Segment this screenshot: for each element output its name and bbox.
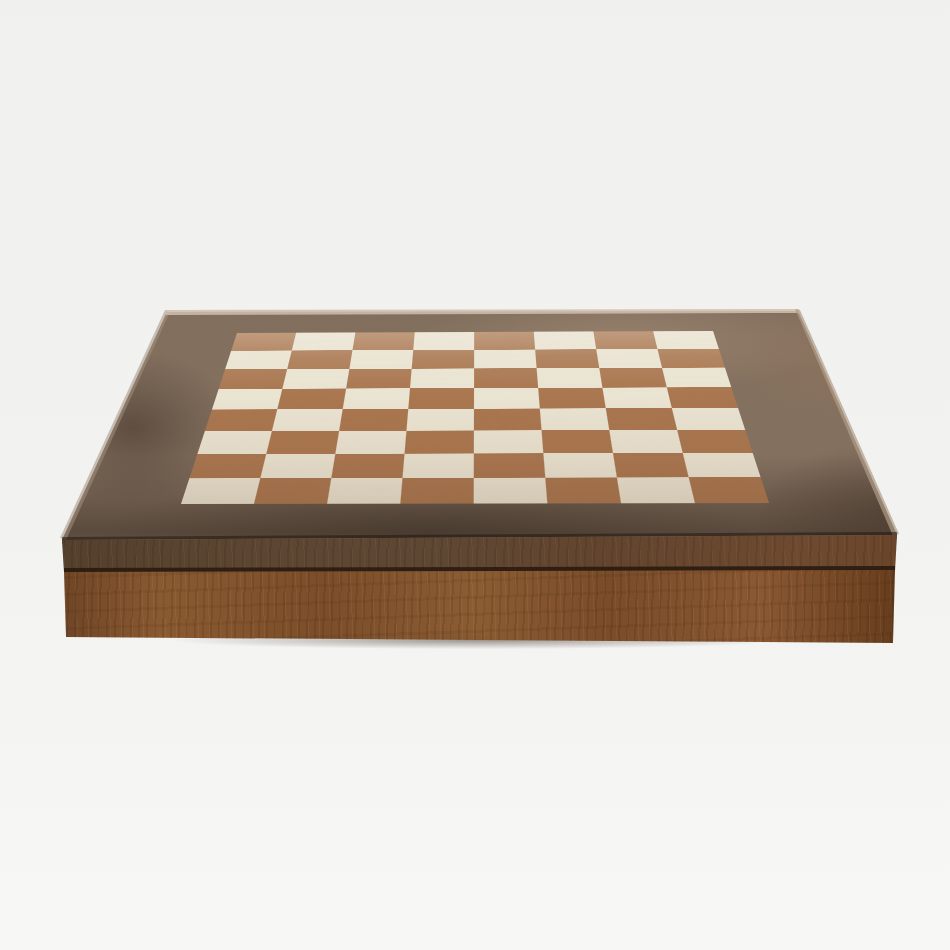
square-r6c3 [335, 431, 406, 454]
square-r5c8 [672, 408, 745, 430]
square-r5c4 [406, 409, 474, 431]
product-photo [0, 0, 950, 950]
square-r5c2 [272, 409, 343, 431]
square-r7c5 [474, 453, 545, 477]
square-r7c2 [260, 454, 335, 478]
square-r6c5 [474, 430, 543, 453]
square-r8c6 [545, 477, 621, 503]
square-r1c7 [593, 331, 657, 349]
square-r3c5 [474, 368, 538, 388]
square-r5c7 [606, 408, 677, 430]
square-r1c3 [352, 332, 414, 350]
square-r2c6 [535, 349, 599, 368]
square-r1c2 [292, 333, 356, 351]
square-r3c7 [599, 368, 667, 388]
square-r5c1 [205, 409, 277, 431]
square-r8c8 [689, 477, 769, 503]
square-r2c3 [349, 350, 413, 369]
square-r2c5 [474, 350, 537, 369]
square-r5c3 [339, 409, 408, 431]
square-r6c6 [542, 430, 613, 453]
square-r1c5 [474, 332, 535, 350]
square-r8c2 [254, 478, 331, 504]
square-r6c7 [609, 430, 682, 453]
square-r2c2 [287, 350, 352, 369]
square-r4c6 [538, 388, 606, 409]
square-r7c1 [189, 454, 266, 478]
square-r8c5 [474, 478, 548, 504]
square-r1c8 [653, 331, 719, 349]
square-r6c1 [197, 431, 272, 454]
square-r3c2 [282, 369, 349, 389]
square-r4c2 [277, 389, 346, 410]
square-r1c6 [534, 332, 597, 350]
square-r5c5 [474, 409, 542, 431]
square-r8c1 [181, 478, 260, 504]
square-r2c7 [596, 349, 662, 368]
square-r7c3 [331, 454, 404, 478]
square-r4c4 [408, 388, 474, 409]
square-r7c4 [402, 453, 473, 477]
square-r2c8 [657, 349, 724, 368]
square-r1c4 [413, 332, 474, 350]
square-r3c1 [219, 369, 287, 389]
square-r4c8 [667, 387, 738, 408]
square-r2c1 [225, 350, 292, 369]
square-r7c7 [613, 453, 689, 478]
square-r6c8 [677, 430, 753, 453]
square-r4c3 [343, 388, 410, 409]
square-r4c5 [474, 388, 540, 409]
square-r7c8 [683, 453, 761, 478]
square-r3c4 [410, 368, 474, 388]
square-r3c6 [537, 368, 603, 388]
chessboard [181, 331, 769, 504]
square-r7c6 [543, 453, 617, 477]
square-r4c1 [212, 389, 282, 410]
square-r8c3 [327, 478, 402, 504]
square-r3c3 [346, 369, 412, 389]
square-r8c4 [400, 478, 473, 504]
square-r6c4 [405, 430, 474, 453]
square-r5c6 [540, 408, 609, 430]
square-r6c2 [266, 431, 339, 454]
square-r3c8 [662, 368, 731, 388]
square-r8c7 [617, 477, 695, 503]
square-r4c7 [602, 387, 671, 408]
square-r1c1 [231, 333, 296, 351]
square-r2c4 [412, 350, 474, 369]
